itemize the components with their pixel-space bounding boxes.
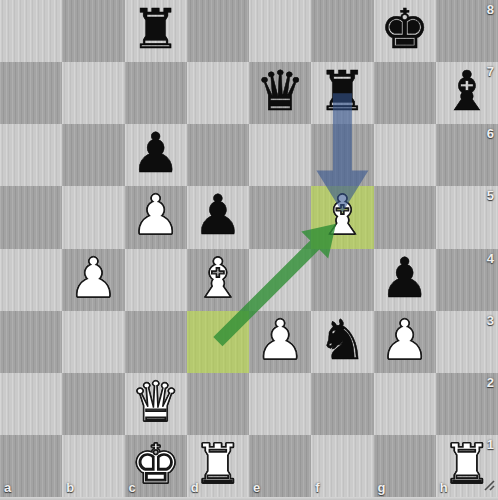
white-rook[interactable]: ♜ (193, 437, 242, 495)
square-a7[interactable] (0, 62, 62, 124)
rank-label-8: 8 (487, 2, 494, 17)
square-b6[interactable] (62, 124, 124, 186)
white-pawn[interactable]: ♟ (69, 251, 118, 309)
square-a6[interactable] (0, 124, 62, 186)
white-king[interactable]: ♚ (131, 437, 180, 495)
square-a4[interactable] (0, 249, 62, 311)
square-h5[interactable]: 5 (436, 186, 498, 248)
rank-label-7: 7 (487, 64, 494, 79)
square-d4[interactable]: ♝ (187, 249, 249, 311)
square-g1[interactable]: g (374, 435, 436, 497)
square-b7[interactable] (62, 62, 124, 124)
square-g4[interactable]: ♟ (374, 249, 436, 311)
square-c6[interactable]: ♟ (125, 124, 187, 186)
file-label-a: a (4, 480, 11, 495)
square-f8[interactable] (311, 0, 373, 62)
black-king[interactable]: ♚ (380, 2, 429, 60)
white-queen[interactable]: ♛ (131, 375, 180, 433)
square-h6[interactable]: 6 (436, 124, 498, 186)
black-knight[interactable]: ♞ (318, 313, 367, 371)
white-pawn[interactable]: ♟ (255, 313, 304, 371)
black-rook[interactable]: ♜ (318, 64, 367, 122)
square-g8[interactable]: ♚ (374, 0, 436, 62)
square-h8[interactable]: 8 (436, 0, 498, 62)
rank-label-3: 3 (487, 313, 494, 328)
square-g6[interactable] (374, 124, 436, 186)
square-d5[interactable]: ♟ (187, 186, 249, 248)
square-e8[interactable] (249, 0, 311, 62)
black-rook[interactable]: ♜ (131, 2, 180, 60)
square-f3[interactable]: ♞ (311, 311, 373, 373)
square-a8[interactable] (0, 0, 62, 62)
black-pawn[interactable]: ♟ (193, 188, 242, 246)
square-a5[interactable] (0, 186, 62, 248)
square-e3[interactable]: ♟ (249, 311, 311, 373)
square-e4[interactable] (249, 249, 311, 311)
white-pawn[interactable]: ♟ (380, 313, 429, 371)
square-e1[interactable]: e (249, 435, 311, 497)
square-b2[interactable] (62, 373, 124, 435)
square-g2[interactable] (374, 373, 436, 435)
square-f5[interactable]: ♝ (311, 186, 373, 248)
black-pawn[interactable]: ♟ (380, 251, 429, 309)
file-label-h: h (440, 480, 448, 495)
square-c2[interactable]: ♛ (125, 373, 187, 435)
rank-label-6: 6 (487, 126, 494, 141)
square-h4[interactable]: 4 (436, 249, 498, 311)
square-c8[interactable]: ♜ (125, 0, 187, 62)
rank-label-5: 5 (487, 188, 494, 203)
rank-label-4: 4 (487, 251, 494, 266)
board-resize-handle[interactable] (482, 478, 496, 492)
square-f7[interactable]: ♜ (311, 62, 373, 124)
square-d1[interactable]: d♜ (187, 435, 249, 497)
square-c5[interactable]: ♟ (125, 186, 187, 248)
square-c4[interactable] (125, 249, 187, 311)
square-b3[interactable] (62, 311, 124, 373)
square-h3[interactable]: 3 (436, 311, 498, 373)
square-b8[interactable] (62, 0, 124, 62)
square-d6[interactable] (187, 124, 249, 186)
square-e2[interactable] (249, 373, 311, 435)
square-b4[interactable]: ♟ (62, 249, 124, 311)
chess-board: ♜♚8♛♜7♝♟6♟♟♝5♟♝♟4♟♞♟3♛2abc♚d♜efg1h♜ (0, 0, 498, 497)
white-bishop[interactable]: ♝ (318, 188, 367, 246)
file-label-e: e (253, 480, 260, 495)
square-d8[interactable] (187, 0, 249, 62)
square-a3[interactable] (0, 311, 62, 373)
square-h2[interactable]: 2 (436, 373, 498, 435)
rank-label-1: 1 (487, 437, 494, 452)
square-b1[interactable]: b (62, 435, 124, 497)
black-bishop[interactable]: ♝ (442, 64, 491, 122)
square-g7[interactable] (374, 62, 436, 124)
square-c7[interactable] (125, 62, 187, 124)
square-e7[interactable]: ♛ (249, 62, 311, 124)
square-e5[interactable] (249, 186, 311, 248)
square-g3[interactable]: ♟ (374, 311, 436, 373)
file-label-d: d (191, 480, 199, 495)
file-label-c: c (129, 480, 136, 495)
square-c1[interactable]: c♚ (125, 435, 187, 497)
square-h7[interactable]: 7♝ (436, 62, 498, 124)
square-d2[interactable] (187, 373, 249, 435)
square-f6[interactable] (311, 124, 373, 186)
square-f1[interactable]: f (311, 435, 373, 497)
square-d3[interactable] (187, 311, 249, 373)
file-label-b: b (66, 480, 74, 495)
black-queen[interactable]: ♛ (255, 64, 304, 122)
file-label-f: f (315, 480, 319, 495)
rank-label-2: 2 (487, 375, 494, 390)
white-pawn[interactable]: ♟ (131, 188, 180, 246)
square-f4[interactable] (311, 249, 373, 311)
white-bishop[interactable]: ♝ (193, 251, 242, 309)
board-grid: ♜♚8♛♜7♝♟6♟♟♝5♟♝♟4♟♞♟3♛2abc♚d♜efg1h♜ (0, 0, 498, 497)
square-a1[interactable]: a (0, 435, 62, 497)
square-b5[interactable] (62, 186, 124, 248)
square-c3[interactable] (125, 311, 187, 373)
square-e6[interactable] (249, 124, 311, 186)
black-pawn[interactable]: ♟ (131, 126, 180, 184)
square-d7[interactable] (187, 62, 249, 124)
file-label-g: g (378, 480, 386, 495)
square-a2[interactable] (0, 373, 62, 435)
square-f2[interactable] (311, 373, 373, 435)
square-g5[interactable] (374, 186, 436, 248)
